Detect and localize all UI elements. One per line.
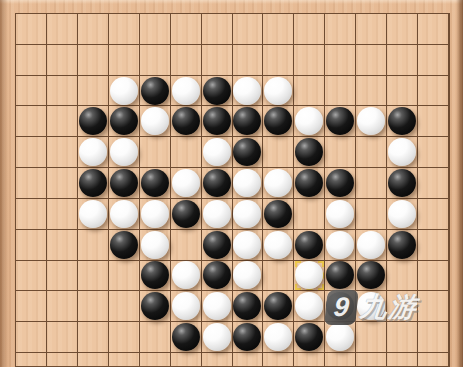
black-stone bbox=[141, 261, 169, 289]
cell-r6c12[interactable] bbox=[387, 199, 418, 230]
black-stone bbox=[79, 107, 107, 135]
cell-r4c0[interactable] bbox=[16, 137, 47, 168]
cell-r2c13[interactable] bbox=[418, 76, 449, 107]
cell-r4c5[interactable] bbox=[171, 137, 202, 168]
cell-r8c12[interactable] bbox=[387, 261, 418, 292]
cell-r10c11[interactable] bbox=[356, 322, 387, 353]
cell-r2c3[interactable] bbox=[109, 76, 140, 107]
cell-r1c7[interactable] bbox=[233, 45, 264, 76]
cell-r11c9[interactable] bbox=[294, 353, 325, 367]
cell-r4c10[interactable] bbox=[325, 137, 356, 168]
cell-r4c12[interactable] bbox=[387, 137, 418, 168]
cell-r4c6[interactable] bbox=[202, 137, 233, 168]
black-stone bbox=[295, 323, 323, 351]
cell-r11c12[interactable] bbox=[387, 353, 418, 367]
white-stone bbox=[203, 138, 231, 166]
black-stone bbox=[141, 169, 169, 197]
black-stone bbox=[141, 292, 169, 320]
cell-r3c11[interactable] bbox=[356, 106, 387, 137]
cell-r8c7[interactable] bbox=[233, 261, 264, 292]
white-stone bbox=[326, 323, 354, 351]
black-stone bbox=[326, 292, 354, 320]
cell-r0c6[interactable] bbox=[202, 14, 233, 45]
black-stone bbox=[172, 323, 200, 351]
cell-r3c8[interactable] bbox=[263, 106, 294, 137]
white-stone bbox=[172, 261, 200, 289]
white-stone bbox=[388, 138, 416, 166]
black-stone bbox=[295, 169, 323, 197]
black-stone bbox=[110, 169, 138, 197]
cell-r0c7[interactable] bbox=[233, 14, 264, 45]
cell-r5c1[interactable] bbox=[47, 168, 78, 199]
cell-r1c6[interactable] bbox=[202, 45, 233, 76]
cell-r2c8[interactable] bbox=[263, 76, 294, 107]
black-stone bbox=[110, 231, 138, 259]
cell-r6c10[interactable] bbox=[325, 199, 356, 230]
white-stone bbox=[141, 107, 169, 135]
white-stone bbox=[203, 200, 231, 228]
cell-r3c3[interactable] bbox=[109, 106, 140, 137]
cell-r9c7[interactable] bbox=[233, 291, 264, 322]
cell-r10c5[interactable] bbox=[171, 322, 202, 353]
cell-r1c3[interactable] bbox=[109, 45, 140, 76]
cell-r7c6[interactable] bbox=[202, 230, 233, 261]
cell-r8c0[interactable] bbox=[16, 261, 47, 292]
cell-r1c13[interactable] bbox=[418, 45, 449, 76]
cell-r8c4[interactable] bbox=[140, 261, 171, 292]
black-stone bbox=[388, 107, 416, 135]
board-edge-right bbox=[456, 0, 463, 367]
cell-r3c1[interactable] bbox=[47, 106, 78, 137]
cell-r11c10[interactable] bbox=[325, 353, 356, 367]
cell-r3c6[interactable] bbox=[202, 106, 233, 137]
cell-r4c7[interactable] bbox=[233, 137, 264, 168]
black-stone bbox=[233, 292, 261, 320]
black-stone bbox=[388, 231, 416, 259]
white-stone bbox=[326, 200, 354, 228]
cell-r1c9[interactable] bbox=[294, 45, 325, 76]
cell-r4c8[interactable] bbox=[263, 137, 294, 168]
cell-r4c1[interactable] bbox=[47, 137, 78, 168]
cell-r5c2[interactable] bbox=[78, 168, 109, 199]
white-stone bbox=[233, 169, 261, 197]
cell-r1c2[interactable] bbox=[78, 45, 109, 76]
board-grid bbox=[15, 13, 450, 367]
white-stone bbox=[79, 138, 107, 166]
cell-r9c12[interactable] bbox=[387, 291, 418, 322]
board-edge-top bbox=[0, 0, 463, 4]
cell-r5c10[interactable] bbox=[325, 168, 356, 199]
cell-r10c9[interactable] bbox=[294, 322, 325, 353]
cell-r11c7[interactable] bbox=[233, 353, 264, 367]
black-stone bbox=[141, 77, 169, 105]
cell-r10c10[interactable] bbox=[325, 322, 356, 353]
black-stone bbox=[233, 323, 261, 351]
cell-r9c11[interactable] bbox=[356, 291, 387, 322]
cell-r4c2[interactable] bbox=[78, 137, 109, 168]
cell-r7c8[interactable] bbox=[263, 230, 294, 261]
white-stone bbox=[264, 169, 292, 197]
white-stone bbox=[203, 292, 231, 320]
cell-r8c8[interactable] bbox=[263, 261, 294, 292]
cell-r9c0[interactable] bbox=[16, 291, 47, 322]
cell-r1c8[interactable] bbox=[263, 45, 294, 76]
cell-r6c11[interactable] bbox=[356, 199, 387, 230]
black-stone bbox=[326, 107, 354, 135]
black-stone bbox=[388, 169, 416, 197]
cell-r11c6[interactable] bbox=[202, 353, 233, 367]
cell-r9c6[interactable] bbox=[202, 291, 233, 322]
cell-r4c13[interactable] bbox=[418, 137, 449, 168]
cell-r1c12[interactable] bbox=[387, 45, 418, 76]
cell-r7c4[interactable] bbox=[140, 230, 171, 261]
cell-r6c6[interactable] bbox=[202, 199, 233, 230]
cell-r2c4[interactable] bbox=[140, 76, 171, 107]
cell-r2c9[interactable] bbox=[294, 76, 325, 107]
cell-r9c9[interactable] bbox=[294, 291, 325, 322]
white-stone bbox=[357, 231, 385, 259]
cell-r6c7[interactable] bbox=[233, 199, 264, 230]
cell-r8c9[interactable] bbox=[294, 261, 325, 292]
white-stone bbox=[110, 77, 138, 105]
cell-r11c11[interactable] bbox=[356, 353, 387, 367]
cell-r7c11[interactable] bbox=[356, 230, 387, 261]
cell-r10c0[interactable] bbox=[16, 322, 47, 353]
cell-r8c5[interactable] bbox=[171, 261, 202, 292]
white-stone bbox=[233, 231, 261, 259]
black-stone bbox=[203, 77, 231, 105]
cell-r0c8[interactable] bbox=[263, 14, 294, 45]
cell-r0c0[interactable] bbox=[16, 14, 47, 45]
cell-r5c9[interactable] bbox=[294, 168, 325, 199]
cell-r1c10[interactable] bbox=[325, 45, 356, 76]
white-stone bbox=[172, 169, 200, 197]
cell-r3c2[interactable] bbox=[78, 106, 109, 137]
cell-r6c9[interactable] bbox=[294, 199, 325, 230]
cell-r4c11[interactable] bbox=[356, 137, 387, 168]
board-edge-left bbox=[0, 0, 8, 367]
white-stone bbox=[203, 323, 231, 351]
cell-r6c3[interactable] bbox=[109, 199, 140, 230]
cell-r5c6[interactable] bbox=[202, 168, 233, 199]
black-stone bbox=[295, 231, 323, 259]
cell-r0c4[interactable] bbox=[140, 14, 171, 45]
white-stone bbox=[141, 231, 169, 259]
cell-r10c8[interactable] bbox=[263, 322, 294, 353]
cell-r9c5[interactable] bbox=[171, 291, 202, 322]
white-stone bbox=[264, 231, 292, 259]
cell-r5c4[interactable] bbox=[140, 168, 171, 199]
white-stone bbox=[110, 138, 138, 166]
cell-r6c8[interactable] bbox=[263, 199, 294, 230]
cell-r10c13[interactable] bbox=[418, 322, 449, 353]
cell-r3c0[interactable] bbox=[16, 106, 47, 137]
white-stone bbox=[326, 231, 354, 259]
cell-r1c4[interactable] bbox=[140, 45, 171, 76]
cell-r3c4[interactable] bbox=[140, 106, 171, 137]
cell-r0c3[interactable] bbox=[109, 14, 140, 45]
cell-r1c0[interactable] bbox=[16, 45, 47, 76]
cell-r5c0[interactable] bbox=[16, 168, 47, 199]
cell-r11c3[interactable] bbox=[109, 353, 140, 367]
cell-r3c9[interactable] bbox=[294, 106, 325, 137]
cell-r5c7[interactable] bbox=[233, 168, 264, 199]
cell-r9c4[interactable] bbox=[140, 291, 171, 322]
cell-r9c2[interactable] bbox=[78, 291, 109, 322]
cell-r2c7[interactable] bbox=[233, 76, 264, 107]
cell-r2c1[interactable] bbox=[47, 76, 78, 107]
white-stone bbox=[357, 107, 385, 135]
cell-r5c13[interactable] bbox=[418, 168, 449, 199]
cell-r2c2[interactable] bbox=[78, 76, 109, 107]
black-stone bbox=[326, 169, 354, 197]
white-stone bbox=[295, 107, 323, 135]
cell-r0c1[interactable] bbox=[47, 14, 78, 45]
cell-r2c6[interactable] bbox=[202, 76, 233, 107]
cell-r5c5[interactable] bbox=[171, 168, 202, 199]
white-stone bbox=[172, 292, 200, 320]
cell-r6c5[interactable] bbox=[171, 199, 202, 230]
black-stone bbox=[233, 138, 261, 166]
white-stone bbox=[233, 200, 261, 228]
cell-r0c13[interactable] bbox=[418, 14, 449, 45]
cell-r10c12[interactable] bbox=[387, 322, 418, 353]
cell-r7c5[interactable] bbox=[171, 230, 202, 261]
cell-r3c5[interactable] bbox=[171, 106, 202, 137]
white-stone bbox=[264, 323, 292, 351]
cell-r8c2[interactable] bbox=[78, 261, 109, 292]
cell-r7c12[interactable] bbox=[387, 230, 418, 261]
cell-r7c13[interactable] bbox=[418, 230, 449, 261]
cell-r6c2[interactable] bbox=[78, 199, 109, 230]
cell-r9c1[interactable] bbox=[47, 291, 78, 322]
white-stone bbox=[79, 200, 107, 228]
cell-r7c2[interactable] bbox=[78, 230, 109, 261]
black-stone bbox=[326, 261, 354, 289]
cell-r5c8[interactable] bbox=[263, 168, 294, 199]
white-stone bbox=[233, 261, 261, 289]
cell-r11c5[interactable] bbox=[171, 353, 202, 367]
cell-r7c7[interactable] bbox=[233, 230, 264, 261]
cell-r7c9[interactable] bbox=[294, 230, 325, 261]
black-stone bbox=[79, 169, 107, 197]
cell-r6c4[interactable] bbox=[140, 199, 171, 230]
cell-r8c1[interactable] bbox=[47, 261, 78, 292]
cell-r3c7[interactable] bbox=[233, 106, 264, 137]
cell-r1c11[interactable] bbox=[356, 45, 387, 76]
cell-r10c2[interactable] bbox=[78, 322, 109, 353]
cell-r8c6[interactable] bbox=[202, 261, 233, 292]
cell-r7c10[interactable] bbox=[325, 230, 356, 261]
cell-r2c11[interactable] bbox=[356, 76, 387, 107]
cell-r5c3[interactable] bbox=[109, 168, 140, 199]
black-stone bbox=[295, 138, 323, 166]
black-stone bbox=[264, 200, 292, 228]
cell-r11c4[interactable] bbox=[140, 353, 171, 367]
cell-r11c1[interactable] bbox=[47, 353, 78, 367]
cell-r8c13[interactable] bbox=[418, 261, 449, 292]
cell-r7c1[interactable] bbox=[47, 230, 78, 261]
cell-r0c10[interactable] bbox=[325, 14, 356, 45]
black-stone bbox=[203, 261, 231, 289]
black-stone bbox=[357, 261, 385, 289]
white-stone bbox=[264, 77, 292, 105]
white-stone bbox=[295, 292, 323, 320]
cell-r7c3[interactable] bbox=[109, 230, 140, 261]
cell-r1c1[interactable] bbox=[47, 45, 78, 76]
cell-r10c6[interactable] bbox=[202, 322, 233, 353]
cell-r11c2[interactable] bbox=[78, 353, 109, 367]
cell-r9c3[interactable] bbox=[109, 291, 140, 322]
cell-r10c7[interactable] bbox=[233, 322, 264, 353]
white-stone bbox=[357, 292, 385, 320]
cell-r0c11[interactable] bbox=[356, 14, 387, 45]
cell-r8c10[interactable] bbox=[325, 261, 356, 292]
cell-r5c11[interactable] bbox=[356, 168, 387, 199]
black-stone bbox=[203, 169, 231, 197]
cell-r8c3[interactable] bbox=[109, 261, 140, 292]
cell-r0c12[interactable] bbox=[387, 14, 418, 45]
cell-r4c4[interactable] bbox=[140, 137, 171, 168]
cell-r6c1[interactable] bbox=[47, 199, 78, 230]
black-stone bbox=[172, 200, 200, 228]
cell-r0c2[interactable] bbox=[78, 14, 109, 45]
cell-r10c1[interactable] bbox=[47, 322, 78, 353]
cell-r10c3[interactable] bbox=[109, 322, 140, 353]
black-stone bbox=[264, 107, 292, 135]
cell-r11c13[interactable] bbox=[418, 353, 449, 367]
white-stone bbox=[141, 200, 169, 228]
white-stone bbox=[233, 77, 261, 105]
white-stone bbox=[388, 200, 416, 228]
black-stone bbox=[203, 107, 231, 135]
cell-r0c5[interactable] bbox=[171, 14, 202, 45]
black-stone bbox=[172, 107, 200, 135]
cell-r3c12[interactable] bbox=[387, 106, 418, 137]
cell-r4c3[interactable] bbox=[109, 137, 140, 168]
cell-r3c10[interactable] bbox=[325, 106, 356, 137]
black-stone bbox=[110, 107, 138, 135]
cell-r2c10[interactable] bbox=[325, 76, 356, 107]
cell-r1c5[interactable] bbox=[171, 45, 202, 76]
cell-r6c0[interactable] bbox=[16, 199, 47, 230]
cell-r4c9[interactable] bbox=[294, 137, 325, 168]
cell-r2c5[interactable] bbox=[171, 76, 202, 107]
cell-r11c0[interactable] bbox=[16, 353, 47, 367]
cell-r2c12[interactable] bbox=[387, 76, 418, 107]
cell-r11c8[interactable] bbox=[263, 353, 294, 367]
cell-r5c12[interactable] bbox=[387, 168, 418, 199]
black-stone bbox=[233, 107, 261, 135]
white-stone bbox=[110, 200, 138, 228]
cell-r9c13[interactable] bbox=[418, 291, 449, 322]
cell-r10c4[interactable] bbox=[140, 322, 171, 353]
cell-r3c13[interactable] bbox=[418, 106, 449, 137]
white-stone bbox=[172, 77, 200, 105]
cell-r6c13[interactable] bbox=[418, 199, 449, 230]
black-stone bbox=[264, 292, 292, 320]
cell-r8c11[interactable] bbox=[356, 261, 387, 292]
cell-r9c10[interactable] bbox=[325, 291, 356, 322]
black-stone bbox=[203, 231, 231, 259]
cell-r0c9[interactable] bbox=[294, 14, 325, 45]
cell-r9c8[interactable] bbox=[263, 291, 294, 322]
cell-r2c0[interactable] bbox=[16, 76, 47, 107]
cell-r7c0[interactable] bbox=[16, 230, 47, 261]
